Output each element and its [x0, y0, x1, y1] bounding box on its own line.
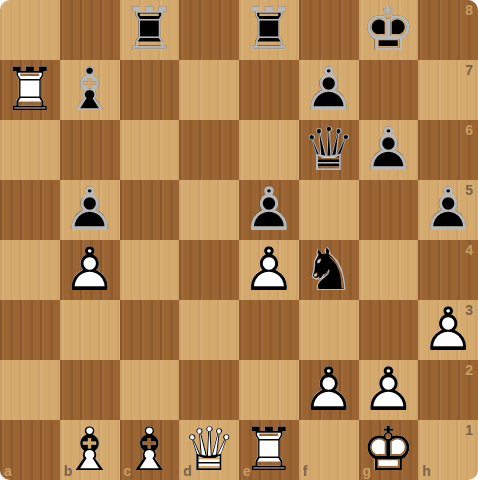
square-a1[interactable]: a [0, 420, 60, 480]
square-c4[interactable] [120, 240, 180, 300]
rank-label-7: 7 [465, 63, 473, 77]
square-g4[interactable] [359, 240, 419, 300]
piece-white-pawn-e4[interactable]: ♟♙ [239, 240, 299, 300]
file-label-c: c [124, 464, 132, 478]
file-label-h: h [422, 464, 431, 478]
rank-label-3: 3 [465, 303, 473, 317]
piece-black-pawn-g6[interactable]: ♟♙ [359, 120, 419, 180]
rank-label-5: 5 [465, 183, 473, 197]
black-knight-detail-icon: ♘ [299, 240, 359, 300]
piece-black-rook-e8[interactable]: ♜♖ [239, 0, 299, 60]
square-h6[interactable]: 6 [418, 120, 478, 180]
square-f8[interactable] [299, 0, 359, 60]
square-a2[interactable] [0, 360, 60, 420]
piece-black-bishop-b7[interactable]: ♝♗ [60, 60, 120, 120]
piece-black-knight-f4[interactable]: ♞♘ [299, 240, 359, 300]
square-h1[interactable]: 1h [418, 420, 478, 480]
rank-label-4: 4 [465, 243, 473, 257]
square-f6[interactable]: ♛♕ [299, 120, 359, 180]
square-f1[interactable]: f [299, 420, 359, 480]
square-e7[interactable] [239, 60, 299, 120]
square-e1[interactable]: e♜♖ [239, 420, 299, 480]
piece-white-pawn-g2[interactable]: ♟♙ [359, 360, 419, 420]
square-f2[interactable]: ♟♙ [299, 360, 359, 420]
piece-white-pawn-b4[interactable]: ♟♙ [60, 240, 120, 300]
square-e2[interactable] [239, 360, 299, 420]
file-label-e: e [243, 464, 251, 478]
square-c1[interactable]: c♝♗ [120, 420, 180, 480]
square-c2[interactable] [120, 360, 180, 420]
square-f5[interactable] [299, 180, 359, 240]
square-b5[interactable]: ♟♙ [60, 180, 120, 240]
square-b6[interactable] [60, 120, 120, 180]
square-c6[interactable] [120, 120, 180, 180]
piece-black-pawn-b5[interactable]: ♟♙ [60, 180, 120, 240]
file-label-g: g [363, 464, 372, 478]
square-h3[interactable]: 3♟♙ [418, 300, 478, 360]
square-h2[interactable]: 2 [418, 360, 478, 420]
square-g6[interactable]: ♟♙ [359, 120, 419, 180]
black-rook-detail-icon: ♖ [239, 0, 299, 60]
rank-label-8: 8 [465, 3, 473, 17]
square-d1[interactable]: d♛♕ [179, 420, 239, 480]
square-h5[interactable]: 5♟♙ [418, 180, 478, 240]
white-pawn-detail-icon: ♙ [239, 240, 299, 300]
square-g1[interactable]: g♚♔ [359, 420, 419, 480]
black-queen-detail-icon: ♕ [299, 120, 359, 180]
black-king-detail-icon: ♔ [359, 0, 419, 60]
black-bishop-detail-icon: ♗ [60, 60, 120, 120]
square-g2[interactable]: ♟♙ [359, 360, 419, 420]
square-f4[interactable]: ♞♘ [299, 240, 359, 300]
white-rook-detail-icon: ♖ [0, 60, 60, 120]
square-c5[interactable] [120, 180, 180, 240]
black-rook-detail-icon: ♖ [120, 0, 180, 60]
square-e5[interactable]: ♟♙ [239, 180, 299, 240]
square-a3[interactable] [0, 300, 60, 360]
square-d2[interactable] [179, 360, 239, 420]
rank-label-2: 2 [465, 363, 473, 377]
square-a8[interactable] [0, 0, 60, 60]
square-h7[interactable]: 7 [418, 60, 478, 120]
file-label-f: f [303, 464, 308, 478]
square-g8[interactable]: ♚♔ [359, 0, 419, 60]
square-g3[interactable] [359, 300, 419, 360]
file-label-b: b [64, 464, 73, 478]
square-d4[interactable] [179, 240, 239, 300]
square-d7[interactable] [179, 60, 239, 120]
square-b4[interactable]: ♟♙ [60, 240, 120, 300]
piece-black-rook-c8[interactable]: ♜♖ [120, 0, 180, 60]
square-h4[interactable]: 4 [418, 240, 478, 300]
square-a6[interactable] [0, 120, 60, 180]
square-a7[interactable]: ♜♖ [0, 60, 60, 120]
square-b1[interactable]: b♝♗ [60, 420, 120, 480]
square-b8[interactable] [60, 0, 120, 60]
black-pawn-detail-icon: ♙ [60, 180, 120, 240]
square-f3[interactable] [299, 300, 359, 360]
file-label-d: d [183, 464, 192, 478]
white-pawn-detail-icon: ♙ [60, 240, 120, 300]
square-e8[interactable]: ♜♖ [239, 0, 299, 60]
square-d8[interactable] [179, 0, 239, 60]
square-g7[interactable] [359, 60, 419, 120]
square-c3[interactable] [120, 300, 180, 360]
piece-white-pawn-f2[interactable]: ♟♙ [299, 360, 359, 420]
piece-black-king-g8[interactable]: ♚♔ [359, 0, 419, 60]
square-a5[interactable] [0, 180, 60, 240]
square-c8[interactable]: ♜♖ [120, 0, 180, 60]
black-pawn-detail-icon: ♙ [299, 60, 359, 120]
square-e3[interactable] [239, 300, 299, 360]
square-c7[interactable] [120, 60, 180, 120]
square-b3[interactable] [60, 300, 120, 360]
rank-label-1: 1 [465, 423, 473, 437]
square-f7[interactable]: ♟♙ [299, 60, 359, 120]
square-h8[interactable]: 8 [418, 0, 478, 60]
square-d5[interactable] [179, 180, 239, 240]
black-pawn-detail-icon: ♙ [239, 180, 299, 240]
square-d3[interactable] [179, 300, 239, 360]
white-pawn-detail-icon: ♙ [299, 360, 359, 420]
white-pawn-detail-icon: ♙ [359, 360, 419, 420]
square-e6[interactable] [239, 120, 299, 180]
square-e4[interactable]: ♟♙ [239, 240, 299, 300]
file-label-a: a [4, 464, 12, 478]
piece-black-queen-f6[interactable]: ♛♕ [299, 120, 359, 180]
square-a4[interactable] [0, 240, 60, 300]
rank-label-6: 6 [465, 123, 473, 137]
square-g5[interactable] [359, 180, 419, 240]
square-b7[interactable]: ♝♗ [60, 60, 120, 120]
black-pawn-detail-icon: ♙ [359, 120, 419, 180]
piece-black-pawn-e5[interactable]: ♟♙ [239, 180, 299, 240]
chess-board: ♜♖♜♖♚♔8♜♖♝♗♟♙7♛♕♟♙6♟♙♟♙5♟♙♟♙♟♙♞♘43♟♙♟♙♟♙… [0, 0, 478, 480]
square-b2[interactable] [60, 360, 120, 420]
square-d6[interactable] [179, 120, 239, 180]
piece-black-pawn-f7[interactable]: ♟♙ [299, 60, 359, 120]
piece-white-rook-a7[interactable]: ♜♖ [0, 60, 60, 120]
